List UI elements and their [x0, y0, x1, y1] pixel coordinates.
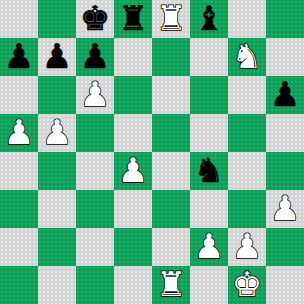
square-h2[interactable] — [266, 228, 304, 266]
piece-white-pawn[interactable]: ♟ — [270, 189, 300, 227]
square-b8[interactable] — [38, 0, 76, 38]
square-c2[interactable] — [76, 228, 114, 266]
piece-black-rook[interactable]: ♜ — [118, 0, 148, 37]
square-h8[interactable] — [266, 0, 304, 38]
piece-black-pawn[interactable]: ♟ — [270, 75, 300, 113]
square-e7[interactable] — [152, 38, 190, 76]
piece-white-king[interactable]: ♚ — [232, 265, 262, 303]
square-e3[interactable] — [152, 190, 190, 228]
piece-white-pawn[interactable]: ♟ — [4, 113, 34, 151]
piece-black-bishop[interactable]: ♝ — [194, 0, 224, 37]
piece-black-pawn[interactable]: ♟ — [4, 37, 34, 75]
piece-white-pawn[interactable]: ♟ — [194, 227, 224, 265]
piece-white-rook[interactable]: ♜ — [156, 265, 186, 303]
square-e2[interactable] — [152, 228, 190, 266]
square-a1[interactable] — [0, 266, 38, 304]
square-f5[interactable] — [190, 114, 228, 152]
square-c4[interactable] — [76, 152, 114, 190]
square-a6[interactable] — [0, 76, 38, 114]
square-d1[interactable] — [114, 266, 152, 304]
square-c3[interactable] — [76, 190, 114, 228]
square-b5[interactable]: ♟ — [38, 114, 76, 152]
square-a3[interactable] — [0, 190, 38, 228]
square-b3[interactable] — [38, 190, 76, 228]
square-f3[interactable] — [190, 190, 228, 228]
square-h5[interactable] — [266, 114, 304, 152]
square-f8[interactable]: ♝ — [190, 0, 228, 38]
square-d4[interactable]: ♟ — [114, 152, 152, 190]
square-e5[interactable] — [152, 114, 190, 152]
square-c8[interactable]: ♚ — [76, 0, 114, 38]
square-f7[interactable] — [190, 38, 228, 76]
square-a2[interactable] — [0, 228, 38, 266]
square-c1[interactable] — [76, 266, 114, 304]
square-g7[interactable]: ♞ — [228, 38, 266, 76]
square-g6[interactable] — [228, 76, 266, 114]
piece-white-rook[interactable]: ♜ — [156, 0, 186, 37]
piece-black-king[interactable]: ♚ — [80, 0, 110, 37]
square-e8[interactable]: ♜ — [152, 0, 190, 38]
square-e1[interactable]: ♜ — [152, 266, 190, 304]
square-d7[interactable] — [114, 38, 152, 76]
square-b7[interactable]: ♟ — [38, 38, 76, 76]
square-a7[interactable]: ♟ — [0, 38, 38, 76]
piece-white-knight[interactable]: ♞ — [232, 37, 262, 75]
square-b4[interactable] — [38, 152, 76, 190]
square-h7[interactable] — [266, 38, 304, 76]
square-f6[interactable] — [190, 76, 228, 114]
square-f1[interactable] — [190, 266, 228, 304]
square-d8[interactable]: ♜ — [114, 0, 152, 38]
square-h6[interactable]: ♟ — [266, 76, 304, 114]
square-g8[interactable] — [228, 0, 266, 38]
square-f2[interactable]: ♟ — [190, 228, 228, 266]
square-d5[interactable] — [114, 114, 152, 152]
square-c7[interactable]: ♟ — [76, 38, 114, 76]
piece-white-pawn[interactable]: ♟ — [232, 227, 262, 265]
square-b6[interactable] — [38, 76, 76, 114]
square-b2[interactable] — [38, 228, 76, 266]
square-g5[interactable] — [228, 114, 266, 152]
square-e6[interactable] — [152, 76, 190, 114]
square-c5[interactable] — [76, 114, 114, 152]
piece-black-knight[interactable]: ♞ — [194, 151, 224, 189]
chess-board: ♚♜♜♝♟♟♟♞♟♟♟♟♟♞♟♟♟♜♚ — [0, 0, 304, 304]
square-f4[interactable]: ♞ — [190, 152, 228, 190]
square-g2[interactable]: ♟ — [228, 228, 266, 266]
square-g3[interactable] — [228, 190, 266, 228]
square-c6[interactable]: ♟ — [76, 76, 114, 114]
square-a8[interactable] — [0, 0, 38, 38]
piece-white-pawn[interactable]: ♟ — [42, 113, 72, 151]
square-d3[interactable] — [114, 190, 152, 228]
square-d2[interactable] — [114, 228, 152, 266]
square-b1[interactable] — [38, 266, 76, 304]
square-h3[interactable]: ♟ — [266, 190, 304, 228]
piece-white-pawn[interactable]: ♟ — [118, 151, 148, 189]
piece-black-pawn[interactable]: ♟ — [42, 37, 72, 75]
square-a4[interactable] — [0, 152, 38, 190]
square-h1[interactable] — [266, 266, 304, 304]
square-g1[interactable]: ♚ — [228, 266, 266, 304]
square-a5[interactable]: ♟ — [0, 114, 38, 152]
piece-white-pawn[interactable]: ♟ — [80, 75, 110, 113]
square-d6[interactable] — [114, 76, 152, 114]
square-g4[interactable] — [228, 152, 266, 190]
square-e4[interactable] — [152, 152, 190, 190]
square-h4[interactable] — [266, 152, 304, 190]
piece-black-pawn[interactable]: ♟ — [80, 37, 110, 75]
